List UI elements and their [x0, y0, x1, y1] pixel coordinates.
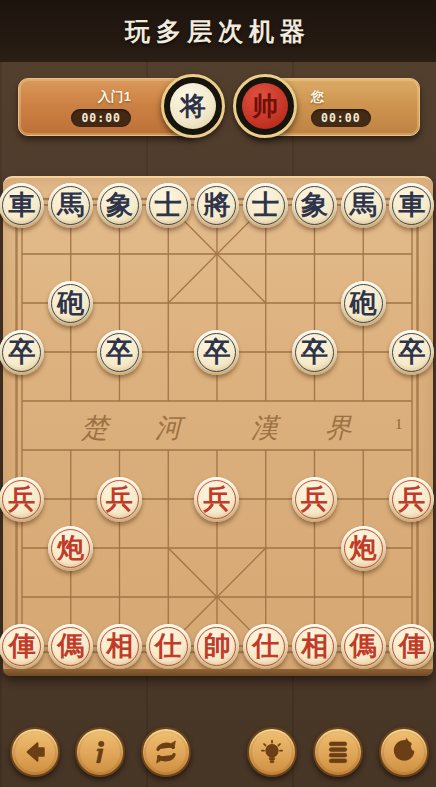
- info-button[interactable]: [75, 727, 125, 777]
- piece-red-n-r9c7[interactable]: 傌: [341, 624, 386, 669]
- piece-black-a-r0c5[interactable]: 士: [243, 183, 288, 228]
- info-icon: [85, 737, 115, 767]
- piece-glyph: 馬: [57, 192, 84, 219]
- piece-red-p-r6c6[interactable]: 兵: [292, 477, 337, 522]
- piece-glyph: 兵: [203, 486, 230, 513]
- player-clock-red: 00:00: [311, 109, 371, 127]
- avatar-red: 帅: [233, 74, 297, 138]
- title-bar: 玩多层次机器: [0, 0, 436, 62]
- hint-lightbulb-icon: [256, 736, 288, 768]
- player-name-black: 入门1: [98, 88, 131, 106]
- piece-glyph: 仕: [155, 633, 182, 660]
- piece-glyph: 相: [301, 633, 328, 660]
- piece-black-p-r3c4[interactable]: 卒: [194, 330, 239, 375]
- piece-glyph: 仕: [252, 633, 279, 660]
- piece-black-n-r0c1[interactable]: 馬: [48, 183, 93, 228]
- piece-glyph: 俥: [8, 633, 35, 660]
- piece-glyph: 帥: [203, 633, 230, 660]
- player-name-red: 您: [311, 88, 324, 106]
- piece-red-n-r9c1[interactable]: 傌: [48, 624, 93, 669]
- piece-red-r-r9c8[interactable]: 俥: [389, 624, 434, 669]
- piece-glyph: 傌: [350, 633, 377, 660]
- piece-red-p-r6c4[interactable]: 兵: [194, 477, 239, 522]
- avatar-red-piece: 帅: [242, 83, 288, 129]
- player-clock-black: 00:00: [71, 109, 131, 127]
- piece-glyph: 傌: [57, 633, 84, 660]
- piece-red-p-r6c2[interactable]: 兵: [97, 477, 142, 522]
- swap-icon: [150, 736, 182, 768]
- piece-glyph: 兵: [398, 486, 425, 513]
- piece-glyph: 相: [106, 633, 133, 660]
- piece-glyph: 炮: [350, 535, 377, 562]
- avatar-black-piece: 将: [170, 83, 216, 129]
- piece-glyph: 兵: [106, 486, 133, 513]
- restart-button[interactable]: [379, 727, 429, 777]
- piece-black-c-r2c7[interactable]: 砲: [341, 281, 386, 326]
- page-title: 玩多层次机器: [125, 15, 311, 48]
- piece-black-p-r3c2[interactable]: 卒: [97, 330, 142, 375]
- piece-red-c-r7c7[interactable]: 炮: [341, 526, 386, 571]
- piece-black-c-r2c1[interactable]: 砲: [48, 281, 93, 326]
- piece-glyph: 士: [155, 192, 182, 219]
- piece-glyph: 卒: [398, 339, 425, 366]
- piece-glyph: 卒: [106, 339, 133, 366]
- piece-glyph: 象: [106, 192, 133, 219]
- piece-glyph: 士: [252, 192, 279, 219]
- piece-glyph: 象: [301, 192, 328, 219]
- piece-black-n-r0c7[interactable]: 馬: [341, 183, 386, 228]
- piece-glyph: 兵: [301, 486, 328, 513]
- piece-red-b-r9c6[interactable]: 相: [292, 624, 337, 669]
- piece-red-k-r9c4[interactable]: 帥: [194, 624, 239, 669]
- piece-black-k-r0c4[interactable]: 將: [194, 183, 239, 228]
- piece-black-b-r0c2[interactable]: 象: [97, 183, 142, 228]
- board-bottom-edge: [3, 669, 433, 676]
- piece-glyph: 俥: [398, 633, 425, 660]
- piece-glyph: 卒: [301, 339, 328, 366]
- avatar-black: 将: [161, 74, 225, 138]
- piece-glyph: 兵: [8, 486, 35, 513]
- piece-red-r-r9c0[interactable]: 俥: [0, 624, 44, 669]
- piece-red-a-r9c3[interactable]: 仕: [146, 624, 191, 669]
- piece-red-a-r9c5[interactable]: 仕: [243, 624, 288, 669]
- piece-black-p-r3c8[interactable]: 卒: [389, 330, 434, 375]
- xiangqi-board[interactable]: 楚 河 漢 界 1 車馬象士將士象馬車砲砲卒卒卒卒卒兵兵兵兵兵炮炮俥傌相仕帥仕相…: [3, 176, 433, 676]
- piece-glyph: 卒: [203, 339, 230, 366]
- piece-glyph: 將: [203, 192, 230, 219]
- piece-red-c-r7c1[interactable]: 炮: [48, 526, 93, 571]
- back-icon: [20, 737, 50, 767]
- menu-list-icon: [323, 737, 353, 767]
- app-root: 玩多层次机器 入门1 00:00 将 帅 您 00:00: [0, 0, 436, 787]
- piece-red-p-r6c0[interactable]: 兵: [0, 477, 44, 522]
- piece-glyph: 卒: [8, 339, 35, 366]
- piece-glyph: 砲: [57, 290, 84, 317]
- restart-icon: [388, 736, 420, 768]
- board-pieces: 車馬象士將士象馬車砲砲卒卒卒卒卒兵兵兵兵兵炮炮俥傌相仕帥仕相傌俥: [0, 181, 436, 671]
- piece-red-b-r9c2[interactable]: 相: [97, 624, 142, 669]
- piece-red-p-r6c8[interactable]: 兵: [389, 477, 434, 522]
- piece-black-a-r0c3[interactable]: 士: [146, 183, 191, 228]
- menu-button[interactable]: [313, 727, 363, 777]
- piece-black-b-r0c6[interactable]: 象: [292, 183, 337, 228]
- hint-button[interactable]: [247, 727, 297, 777]
- piece-black-r-r0c8[interactable]: 車: [389, 183, 434, 228]
- piece-glyph: 車: [8, 192, 35, 219]
- back-button[interactable]: [10, 727, 60, 777]
- piece-glyph: 車: [398, 192, 425, 219]
- piece-black-p-r3c6[interactable]: 卒: [292, 330, 337, 375]
- piece-glyph: 馬: [350, 192, 377, 219]
- piece-glyph: 砲: [350, 290, 377, 317]
- piece-black-p-r3c0[interactable]: 卒: [0, 330, 44, 375]
- swap-sides-button[interactable]: [141, 727, 191, 777]
- piece-black-r-r0c0[interactable]: 車: [0, 183, 44, 228]
- piece-glyph: 炮: [57, 535, 84, 562]
